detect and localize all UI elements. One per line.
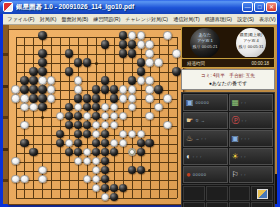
stone-black[interactable] [137,58,145,66]
stone-white[interactable] [128,103,136,111]
stone-white[interactable] [56,112,64,120]
elapsed-label: 経過時間 [187,61,205,66]
close-button[interactable]: ✕ [266,2,277,12]
menu-item-1[interactable]: 対局(K) [37,16,59,22]
stone-black[interactable] [74,112,82,120]
board-display-icon: ▣ [186,99,194,107]
menu-item-5[interactable]: 通信対局(T) [171,16,203,22]
board-grid[interactable] [9,30,183,204]
stone-white[interactable] [145,76,153,84]
stone-white[interactable] [38,76,46,84]
grid-line-v [168,37,169,198]
stone-white[interactable] [92,157,100,165]
stone-white[interactable] [137,130,145,138]
stone-black[interactable] [29,76,37,84]
resign-button[interactable]: ⚐◦ ◦ [229,166,274,183]
stone-white[interactable] [101,103,109,111]
stone-black[interactable] [128,49,136,57]
stone-white[interactable] [119,94,127,102]
board-rotate-icon: ▦ [232,99,240,107]
stone-white[interactable] [119,139,127,147]
stone-black[interactable] [74,58,82,66]
stone-black[interactable] [92,94,100,102]
stone-black[interactable] [172,67,180,75]
stone-black[interactable] [128,40,136,48]
stone-white[interactable] [110,112,118,120]
stone-white[interactable] [137,40,145,48]
toolbar-slot[interactable] [206,202,228,207]
stone-white[interactable] [74,76,82,84]
stone-black[interactable] [29,85,37,93]
stone-black[interactable] [83,58,91,66]
stone-white[interactable] [38,166,46,174]
undo-button[interactable]: ☛① → [183,112,228,129]
pass-button[interactable]: Ⓟ◦ ◦ [229,112,274,129]
button-sublabel: 00000 [193,172,207,177]
button-sublabel: ◦ ◦ [242,118,247,123]
stone-black[interactable] [56,130,64,138]
stone-white[interactable] [128,148,136,156]
black-time: 残り 00:05:21 [183,44,227,50]
stone-white[interactable] [11,157,19,165]
toolbar-slot[interactable] [183,186,205,201]
board-display-button[interactable]: ▣00000 [183,94,228,111]
stone-white[interactable] [74,157,82,165]
hint-button[interactable]: ☀◦ ◦ [229,148,274,165]
break-icon: ♨ [186,135,193,143]
stone-white[interactable] [29,103,37,111]
stone-black[interactable] [65,67,73,75]
stone-white[interactable] [20,94,28,102]
stone-black[interactable] [38,85,46,93]
stone-white[interactable] [92,184,100,192]
stone-black[interactable] [110,94,118,102]
stone-white[interactable] [110,139,118,147]
stone-white[interactable] [119,85,127,93]
elapsed-time-bar: 経過時間 00:00:18 [181,59,275,68]
menu-item-7[interactable]: 設定(S) [235,16,257,22]
maximize-button[interactable]: □ [254,2,265,12]
minimize-button[interactable]: — [242,2,253,12]
stone-black[interactable] [137,139,145,147]
stone-black[interactable] [65,121,73,129]
toolbar-slot[interactable] [251,186,273,201]
menu-item-2[interactable]: 盤面対局(B) [59,16,91,22]
menu-item-4[interactable]: チャレンジ対局(C) [123,16,171,22]
stone-white[interactable] [119,130,127,138]
button-sublabel: 00000 [196,100,210,105]
stone-white[interactable] [74,85,82,93]
stone-black[interactable] [38,31,46,39]
stone-black[interactable] [65,49,73,57]
stone-black[interactable] [92,112,100,120]
stone-black[interactable] [110,184,118,192]
menu-item-6[interactable]: 棋譜再現(G) [202,16,234,22]
black-player-badge: あなた アゲ石 1 残り 00:05:21 [183,28,227,57]
stone-black[interactable] [74,121,82,129]
stone-black[interactable] [119,49,127,57]
button-sublabel: ◦ ◦ ◦ [241,136,250,141]
stone-black[interactable] [137,67,145,75]
stone-white[interactable] [128,85,136,93]
stone-black[interactable] [110,85,118,93]
stone-white[interactable] [47,85,55,93]
estimate-icon: ◐ [186,153,191,161]
stone-white[interactable] [92,130,100,138]
toolbar-slot[interactable] [251,202,273,207]
stone-black[interactable] [83,94,91,102]
control-panel: あなた アゲ石 1 残り 00:05:21 銀星(最上級) アゲ石 4 残り 0… [181,26,275,203]
stone-black[interactable] [38,58,46,66]
button-sublabel: ◦ ◦ [241,172,246,177]
stone-black[interactable] [128,76,136,84]
stone-black[interactable] [65,112,73,120]
title-bar[interactable]: 銀星囲碁 1.0 - 20091026_114_igo10.pdf — □ ✕ [0,0,280,14]
stone-black[interactable] [110,148,118,156]
app-icon [3,2,13,12]
stone-black[interactable] [20,139,28,147]
menu-item-3[interactable]: 練習問題(R) [91,16,123,22]
stone-black[interactable] [101,130,109,138]
minimap-icon [257,189,268,199]
menu-bar: ファイル(F)対局(K)盤面対局(B)練習問題(R)チャレンジ対局(C)通信対局… [3,14,277,25]
stone-black[interactable] [38,49,46,57]
stone-black[interactable] [101,166,109,174]
capture-count-button[interactable]: ●00000 [183,166,228,183]
star-point [148,169,151,172]
toolbar-slot[interactable] [229,186,251,201]
stone-black[interactable] [119,184,127,192]
stone-black[interactable] [83,121,91,129]
stone-white[interactable] [101,193,109,201]
game-info-box: コミ: 4目半 手合割: 互先 ●あなたの番です [181,69,275,90]
stone-white[interactable] [163,121,171,129]
stone-white[interactable] [145,58,153,66]
stone-white[interactable] [92,175,100,183]
stone-black[interactable] [83,103,91,111]
stone-black[interactable] [38,94,46,102]
stone-white[interactable] [137,31,145,39]
turn-indicator: ●あなたの番です [182,80,274,86]
stone-white[interactable] [11,175,19,183]
stone-white[interactable] [83,157,91,165]
toolbar: ▣00000▦◦ ◦☛① →Ⓟ◦ ◦♨→ ◦ ◦▣◦ ◦ ◦◐◦ ◦ ◦☀◦ ◦… [181,92,275,185]
button-sublabel: → ◦ ◦ [195,136,207,141]
stone-white[interactable] [74,103,82,111]
stone-white[interactable] [110,121,118,129]
button-sublabel: ◦ ◦ ◦ [193,154,202,159]
stone-black[interactable] [101,184,109,192]
stone-white[interactable] [128,31,136,39]
stone-black[interactable] [20,85,28,93]
stone-black[interactable] [74,94,82,102]
stone-black[interactable] [101,85,109,93]
stone-white[interactable] [65,139,73,147]
stone-white[interactable] [92,166,100,174]
toolbar-slot[interactable] [229,202,251,207]
stone-black[interactable] [101,148,109,156]
stone-white[interactable] [163,31,171,39]
button-sublabel: ◦ ◦ [241,154,246,159]
stone-black[interactable] [101,40,109,48]
player-info: あなた アゲ石 1 残り 00:05:21 銀星(最上級) アゲ石 4 残り 0… [181,26,275,59]
stone-black[interactable] [38,67,46,75]
toolbar-slot[interactable] [183,202,205,207]
toolbar-slots [181,185,275,207]
stone-black[interactable] [128,166,136,174]
stone-black[interactable] [56,139,64,147]
grid-line-h [16,198,177,199]
menu-item-9[interactable]: カメラ(M) [278,16,280,22]
elapsed-value: 00:00:18 [251,61,269,66]
app-window: 銀星囲碁 1.0 - 20091026_114_igo10.pdf — □ ✕ … [0,0,280,207]
stone-black[interactable] [29,94,37,102]
stone-white[interactable] [137,76,145,84]
board-rotate-button[interactable]: ▦◦ ◦ [229,94,274,111]
stone-white[interactable] [83,112,91,120]
stone-white[interactable] [119,112,127,120]
star-point [41,116,44,119]
star-point [95,62,98,65]
stone-black[interactable] [38,103,46,111]
analysis-icon: ▣ [232,135,240,143]
stone-white[interactable] [145,112,153,120]
toolbar-slot[interactable] [206,186,228,201]
stone-white[interactable] [47,94,55,102]
white-time: 残り 00:05:31 [229,44,273,50]
white-player-badge: 銀星(最上級) アゲ石 4 残り 00:05:31 [229,28,273,57]
stone-white[interactable] [11,94,19,102]
stone-black[interactable] [101,139,109,147]
stone-white[interactable] [47,76,55,84]
stone-white[interactable] [101,112,109,120]
stone-white[interactable] [11,85,19,93]
stone-black[interactable] [92,139,100,147]
grid-line-v [177,37,178,198]
stone-black[interactable] [137,148,145,156]
stone-black[interactable] [119,40,127,48]
pass-icon: Ⓟ [232,117,240,125]
stone-black[interactable] [83,130,91,138]
stone-white[interactable] [20,121,28,129]
stone-black[interactable] [154,85,162,93]
stone-white[interactable] [83,175,91,183]
stone-white[interactable] [145,85,153,93]
stone-black[interactable] [101,175,109,183]
stone-black[interactable] [65,103,73,111]
analysis-button[interactable]: ▣◦ ◦ ◦ [229,130,274,147]
stone-black[interactable] [92,103,100,111]
stone-white[interactable] [163,94,171,102]
button-sublabel: ① → [195,118,205,123]
stone-white[interactable] [128,94,136,102]
stone-black[interactable] [110,193,118,201]
stone-white[interactable] [101,121,109,129]
break-button[interactable]: ♨→ ◦ ◦ [183,130,228,147]
stone-white[interactable] [145,94,153,102]
stone-white[interactable] [154,58,162,66]
stone-white[interactable] [92,121,100,129]
stone-white[interactable] [145,49,153,57]
stone-white[interactable] [154,103,162,111]
stone-white[interactable] [38,175,46,183]
stone-black[interactable] [74,139,82,147]
stone-white[interactable] [20,175,28,183]
stone-black[interactable] [74,130,82,138]
stone-black[interactable] [65,148,73,156]
stone-white[interactable] [83,148,91,156]
hint-icon: ☀ [232,153,239,161]
button-sublabel: ◦ ◦ [241,100,246,105]
stone-black[interactable] [92,85,100,93]
stone-white[interactable] [110,103,118,111]
stone-black[interactable] [29,67,37,75]
stone-white[interactable] [172,49,180,57]
estimate-button[interactable]: ◐◦ ◦ ◦ [183,148,228,165]
stone-white[interactable] [128,130,136,138]
stone-black[interactable] [29,148,37,156]
undo-icon: ☛ [186,117,193,125]
stone-black[interactable] [101,76,109,84]
stone-black[interactable] [92,148,100,156]
menu-item-0[interactable]: ファイル(F) [5,16,37,22]
stone-black[interactable] [137,166,145,174]
stone-black[interactable] [74,148,82,156]
rule-line: コミ: 4目半 手合割: 互先 [182,73,274,78]
capture-count-icon: ● [186,171,191,179]
go-board[interactable] [8,29,184,205]
stone-black[interactable] [101,157,109,165]
stone-black[interactable] [20,76,28,84]
stone-black[interactable] [119,31,127,39]
stone-white[interactable] [145,40,153,48]
window-title: 銀星囲碁 1.0 - 20091026_114_igo10.pdf [16,3,241,12]
stone-white[interactable] [20,103,28,111]
menu-item-8[interactable]: 表示(V) [256,16,278,22]
resign-icon: ⚐ [232,171,239,179]
client-area: あなた アゲ石 1 残り 00:05:21 銀星(最上級) アゲ石 4 残り 0… [3,25,277,204]
stone-black[interactable] [145,139,153,147]
